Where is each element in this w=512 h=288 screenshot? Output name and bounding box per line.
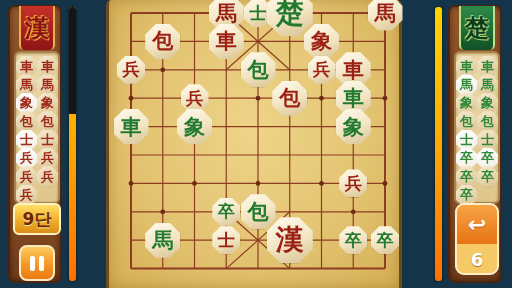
board-piece-green-elephant[interactable]: 象 (177, 109, 212, 144)
board-piece-green-soldier[interactable]: 卒 (339, 226, 367, 254)
board-piece-red-soldier[interactable]: 兵 (308, 56, 336, 84)
board-piece-red-chariot[interactable]: 車 (209, 24, 244, 59)
board-piece-red-elephant[interactable]: 象 (304, 24, 339, 59)
board-piece-red-soldier[interactable]: 兵 (339, 169, 367, 197)
board-piece-green-cannon[interactable]: 包 (241, 52, 276, 87)
tray-piece-green-soldier: 卒 (456, 148, 477, 169)
board-piece-green-soldier[interactable]: 卒 (371, 226, 399, 254)
tray-piece-red-advisor: 士 (16, 130, 37, 151)
game-screen: 漢 車車馬馬象象包包士士兵兵兵兵兵 9단 馬士楚馬包車象兵包兵車兵包車車象象兵卒… (0, 0, 512, 288)
tray-piece-green-advisor: 士 (477, 130, 498, 151)
undo-button[interactable]: ↩ 6 (455, 203, 499, 275)
tray-piece-green-elephant: 象 (477, 93, 498, 114)
janggi-board[interactable]: 馬士楚馬包車象兵包兵車兵包車車象象兵卒包馬士漢卒卒 (106, 0, 402, 288)
board-piece-red-cannon[interactable]: 包 (272, 81, 307, 116)
tray-piece-green-soldier: 卒 (456, 166, 477, 187)
tray-piece-green-advisor: 士 (456, 130, 477, 151)
tray-piece-green-elephant: 象 (456, 93, 477, 114)
cho-player-panel: 楚 車車馬馬象象包包士士卒卒卒卒卒 ↩ 6 (448, 5, 502, 283)
han-banner: 漢 (19, 6, 55, 50)
pause-button[interactable] (19, 245, 55, 281)
tray-piece-green-soldier: 卒 (477, 148, 498, 169)
tray-piece-red-soldier: 兵 (16, 148, 37, 169)
tray-piece-red-cannon: 包 (37, 111, 58, 132)
tray-piece-red-chariot: 車 (37, 56, 58, 77)
undo-count: 6 (457, 244, 497, 275)
cho-captured-tray: 車車馬馬象象包包士士卒卒卒卒卒 (454, 51, 500, 204)
han-player-panel: 漢 車車馬馬象象包包士士兵兵兵兵兵 9단 (8, 5, 62, 283)
tray-piece-green-soldier: 卒 (477, 166, 498, 187)
tray-piece-green-chariot: 車 (456, 56, 477, 77)
han-timer-elapsed (69, 7, 76, 114)
tray-piece-red-soldier: 兵 (37, 148, 58, 169)
tray-piece-green-cannon: 包 (477, 111, 498, 132)
board-piece-green-chariot[interactable]: 車 (114, 109, 149, 144)
han-captured-tray: 車車馬馬象象包包士士兵兵兵兵兵 (14, 51, 60, 204)
tray-piece-green-horse: 馬 (477, 74, 498, 95)
tray-piece-red-elephant: 象 (16, 93, 37, 114)
tray-piece-green-chariot: 車 (477, 56, 498, 77)
tray-piece-red-advisor: 士 (37, 130, 58, 151)
pause-icon (30, 256, 35, 271)
tray-piece-red-elephant: 象 (37, 93, 58, 114)
han-timer-bar (69, 7, 76, 281)
tray-piece-green-horse: 馬 (456, 74, 477, 95)
tray-piece-red-horse: 馬 (37, 74, 58, 95)
undo-icon: ↩ (457, 205, 497, 244)
board-piece-green-elephant[interactable]: 象 (336, 109, 371, 144)
tray-piece-red-horse: 馬 (16, 74, 37, 95)
tray-piece-green-cannon: 包 (456, 111, 477, 132)
board-piece-red-cannon[interactable]: 包 (145, 24, 180, 59)
rank-badge: 9단 (13, 203, 61, 235)
tray-piece-red-cannon: 包 (16, 111, 37, 132)
tray-piece-red-chariot: 車 (16, 56, 37, 77)
cho-timer-bar (435, 7, 442, 281)
tray-piece-red-soldier: 兵 (16, 166, 37, 187)
board-piece-green-cannon[interactable]: 包 (241, 194, 276, 229)
cho-banner: 楚 (459, 6, 495, 50)
board-piece-green-horse[interactable]: 馬 (145, 223, 180, 258)
tray-piece-red-soldier: 兵 (37, 166, 58, 187)
